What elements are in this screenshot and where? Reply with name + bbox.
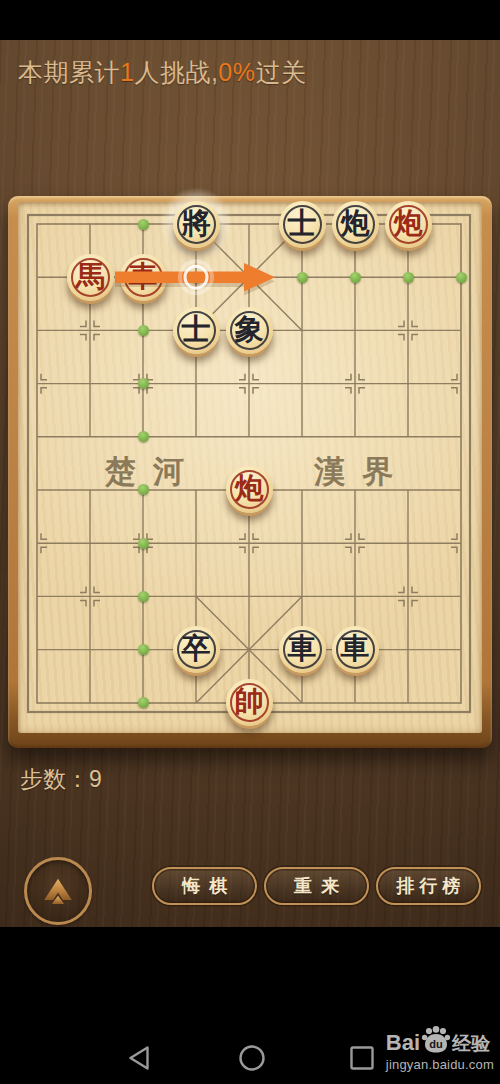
undo-button[interactable]: 悔棋: [152, 867, 257, 905]
watermark-jingyan-text: 经验: [452, 1034, 490, 1054]
piece-象-black[interactable]: 象: [226, 307, 273, 354]
android-nav-bar: Bai du 经验 jingyan.baidu.com: [0, 927, 500, 1084]
move-dot[interactable]: [138, 325, 149, 336]
move-dot[interactable]: [138, 431, 149, 442]
move-dot[interactable]: [297, 272, 308, 283]
wood-background: 本期累计1人挑战,0%过关: [0, 40, 500, 927]
app-screen: 本期累计1人挑战,0%过关: [0, 0, 500, 1084]
move-dot[interactable]: [138, 378, 149, 389]
scroll-top-button[interactable]: [24, 857, 92, 925]
nav-back-button[interactable]: [129, 1046, 149, 1070]
step-counter-value: 9: [89, 766, 102, 792]
piece-炮-red[interactable]: 炮: [385, 201, 432, 248]
stats-middle: 人挑战,: [134, 58, 218, 86]
move-dot[interactable]: [403, 272, 414, 283]
piece-車-black[interactable]: 車: [279, 626, 326, 673]
baidu-jingyan-watermark: Bai du 经验 jingyan.baidu.com: [386, 1025, 494, 1072]
piece-將-black[interactable]: 將: [173, 201, 220, 248]
board-grid[interactable]: 將士炮炮馬車士象炮卒車車帥: [11, 197, 488, 729]
watermark-du-text: du: [429, 1038, 442, 1050]
river-label-left: 楚河: [105, 451, 201, 493]
watermark-url: jingyan.baidu.com: [386, 1057, 494, 1072]
piece-炮-red[interactable]: 炮: [226, 466, 273, 513]
piece-士-black[interactable]: 士: [173, 307, 220, 354]
stats-prefix: 本期累计: [18, 58, 120, 86]
move-dot[interactable]: [191, 272, 202, 283]
restart-button[interactable]: 重来: [264, 867, 369, 905]
up-arrow-icon: [36, 869, 80, 913]
stats-count: 1: [120, 58, 134, 86]
piece-炮-black[interactable]: 炮: [332, 201, 379, 248]
xiangqi-board-frame: 楚河 漢界 將士炮炮馬車士象炮卒車車帥: [8, 196, 492, 748]
move-dot[interactable]: [138, 697, 149, 708]
piece-卒-black[interactable]: 卒: [173, 626, 220, 673]
nav-home-button[interactable]: [239, 1045, 265, 1071]
step-counter-label: 步数：: [20, 766, 89, 792]
watermark-bai-text: Bai: [386, 1032, 420, 1054]
xiangqi-board[interactable]: 楚河 漢界 將士炮炮馬車士象炮卒車車帥: [18, 202, 482, 733]
piece-馬-red[interactable]: 馬: [67, 254, 114, 301]
nav-recents-button[interactable]: [350, 1046, 374, 1070]
step-counter: 步数：9: [20, 764, 102, 795]
piece-帥-red[interactable]: 帥: [226, 679, 273, 726]
leaderboard-button[interactable]: 排行榜: [376, 867, 481, 905]
piece-車-black[interactable]: 車: [332, 626, 379, 673]
move-dot[interactable]: [350, 272, 361, 283]
move-dot[interactable]: [456, 272, 467, 283]
challenge-stats-text: 本期累计1人挑战,0%过关: [18, 56, 307, 89]
river-label-right: 漢界: [314, 451, 410, 493]
move-dot[interactable]: [138, 484, 149, 495]
stats-percent: 0%: [218, 58, 255, 86]
stats-suffix: 过关: [256, 58, 307, 86]
move-dot[interactable]: [138, 591, 149, 602]
move-dot[interactable]: [138, 644, 149, 655]
piece-士-black[interactable]: 士: [279, 201, 326, 248]
piece-車-red[interactable]: 車: [120, 254, 167, 301]
move-dot[interactable]: [138, 219, 149, 230]
move-dot[interactable]: [138, 538, 149, 549]
baidu-paw-icon: du: [421, 1025, 451, 1055]
status-bar: [0, 0, 500, 40]
